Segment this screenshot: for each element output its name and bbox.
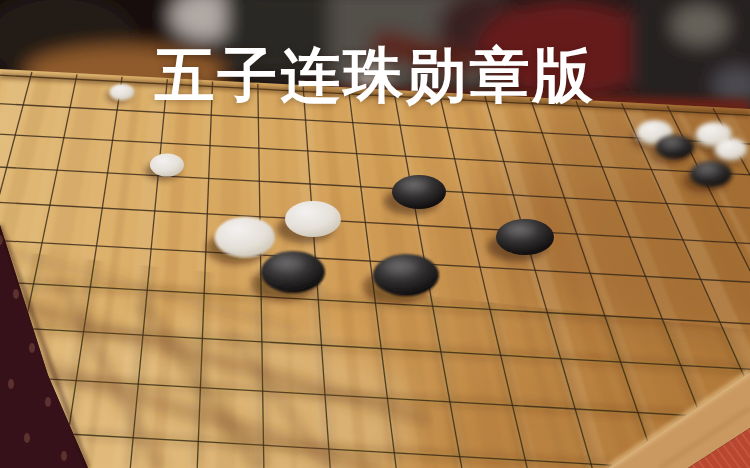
go-board[interactable] bbox=[0, 0, 750, 468]
gomoku-promo-photo: 五子连珠勋章版 bbox=[0, 0, 750, 468]
